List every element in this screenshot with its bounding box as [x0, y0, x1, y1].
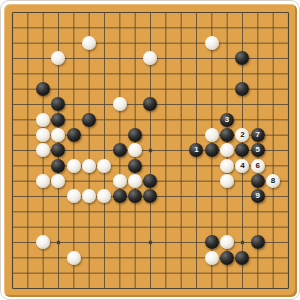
stone-white[interactable]: [36, 113, 50, 127]
stone-black-move-5[interactable]: 5: [251, 143, 265, 157]
stone-white[interactable]: [36, 128, 50, 142]
stone-white[interactable]: [113, 174, 127, 188]
stone-white[interactable]: [143, 51, 157, 65]
stone-black[interactable]: [205, 143, 219, 157]
stone-white[interactable]: [82, 36, 96, 50]
stone-black[interactable]: [143, 189, 157, 203]
stone-white[interactable]: [97, 159, 111, 173]
stone-black[interactable]: [235, 251, 249, 265]
stone-white-move-8[interactable]: 8: [266, 174, 280, 188]
stone-white[interactable]: [97, 189, 111, 203]
stone-white[interactable]: [220, 143, 234, 157]
stone-black-move-9[interactable]: 9: [251, 189, 265, 203]
stone-white[interactable]: [205, 36, 219, 50]
stone-white[interactable]: [205, 251, 219, 265]
stone-white[interactable]: [128, 143, 142, 157]
stone-white-move-2[interactable]: 2: [235, 128, 249, 142]
stone-black-move-3[interactable]: 3: [220, 113, 234, 127]
stone-white[interactable]: [36, 235, 50, 249]
stone-black[interactable]: [113, 189, 127, 203]
stone-white[interactable]: [113, 97, 127, 111]
stone-black[interactable]: [143, 174, 157, 188]
stone-white[interactable]: [67, 189, 81, 203]
stone-black[interactable]: [220, 251, 234, 265]
stone-black[interactable]: [128, 189, 142, 203]
stone-black[interactable]: [251, 174, 265, 188]
stone-white[interactable]: [51, 174, 65, 188]
stone-black-move-7[interactable]: 7: [251, 128, 265, 142]
stone-black[interactable]: [220, 128, 234, 142]
stone-black[interactable]: [51, 143, 65, 157]
stone-white-move-6[interactable]: 6: [251, 159, 265, 173]
stone-black[interactable]: [251, 235, 265, 249]
stone-white[interactable]: [67, 159, 81, 173]
diagram-frame: 327154689: [0, 0, 300, 300]
stone-white[interactable]: [220, 235, 234, 249]
stone-black-move-1[interactable]: 1: [189, 143, 203, 157]
stone-white-move-4[interactable]: 4: [235, 159, 249, 173]
stone-black[interactable]: [235, 82, 249, 96]
stone-black[interactable]: [143, 97, 157, 111]
go-board-grid[interactable]: 327154689: [5, 5, 296, 296]
stone-white[interactable]: [36, 174, 50, 188]
stone-black[interactable]: [128, 159, 142, 173]
stone-black[interactable]: [235, 51, 249, 65]
stone-black[interactable]: [36, 82, 50, 96]
stone-white[interactable]: [51, 51, 65, 65]
stone-white[interactable]: [82, 159, 96, 173]
stone-white[interactable]: [220, 174, 234, 188]
stone-white[interactable]: [220, 159, 234, 173]
stone-black[interactable]: [51, 159, 65, 173]
stone-black[interactable]: [205, 235, 219, 249]
stone-white[interactable]: [128, 174, 142, 188]
stone-black[interactable]: [51, 113, 65, 127]
stone-black[interactable]: [51, 97, 65, 111]
stone-black[interactable]: [82, 113, 96, 127]
stone-white[interactable]: [51, 128, 65, 142]
stone-black[interactable]: [235, 143, 249, 157]
stone-black[interactable]: [128, 128, 142, 142]
stone-white[interactable]: [36, 143, 50, 157]
stone-black[interactable]: [113, 143, 127, 157]
stone-white[interactable]: [67, 251, 81, 265]
stone-white[interactable]: [82, 189, 96, 203]
stone-white[interactable]: [205, 128, 219, 142]
stone-black[interactable]: [67, 128, 81, 142]
